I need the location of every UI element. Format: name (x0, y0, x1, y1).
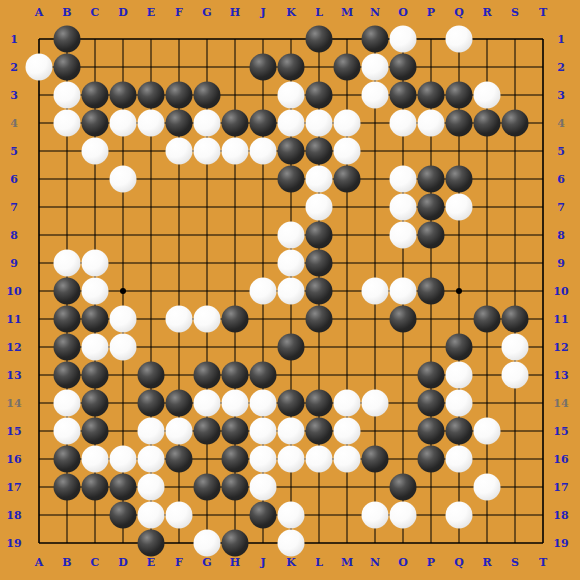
stone-white-E15 (138, 418, 165, 445)
stone-black-B2 (54, 54, 81, 81)
stone-white-E17 (138, 474, 165, 501)
stone-white-S13 (502, 362, 529, 389)
col-label-top-E: E (147, 6, 155, 19)
stone-white-G11 (194, 306, 221, 333)
stone-white-Q1 (446, 26, 473, 53)
row-label-left-9: 9 (10, 257, 18, 270)
stone-black-L1 (306, 26, 333, 53)
col-label-bottom-B: B (62, 556, 71, 569)
stone-black-K2 (278, 54, 305, 81)
stone-white-O10 (390, 278, 417, 305)
col-label-top-H: H (230, 6, 240, 19)
stone-black-K12 (278, 334, 305, 361)
stone-white-R17 (474, 474, 501, 501)
row-label-left-10: 10 (6, 285, 21, 298)
stone-white-K18 (278, 502, 305, 529)
stone-black-O2 (390, 54, 417, 81)
col-label-bottom-J: J (260, 556, 265, 569)
stone-black-L5 (306, 138, 333, 165)
col-label-bottom-Q: Q (454, 556, 464, 569)
stone-white-D11 (110, 306, 137, 333)
stone-black-C17 (82, 474, 109, 501)
stone-black-L10 (306, 278, 333, 305)
stone-black-R11 (474, 306, 501, 333)
col-label-top-B: B (62, 6, 71, 19)
stone-white-N18 (362, 502, 389, 529)
stone-black-E19 (138, 530, 165, 557)
stone-white-K3 (278, 82, 305, 109)
stone-white-E16 (138, 446, 165, 473)
col-label-top-M: M (341, 6, 353, 19)
stone-white-D12 (110, 334, 137, 361)
stone-white-C9 (82, 250, 109, 277)
col-label-bottom-S: S (511, 556, 519, 569)
stone-black-H16 (222, 446, 249, 473)
col-label-bottom-L: L (315, 556, 323, 569)
stone-white-F15 (166, 418, 193, 445)
stone-white-K16 (278, 446, 305, 473)
stone-black-D18 (110, 502, 137, 529)
go-board[interactable]: AABBCCDDEEFFGGHHJJKKLLMMNNOOPPQQRRSSTT11… (0, 0, 580, 580)
stone-white-M15 (334, 418, 361, 445)
star-point-Q10 (456, 288, 462, 294)
stone-black-K14 (278, 390, 305, 417)
stone-white-M14 (334, 390, 361, 417)
stone-black-K6 (278, 166, 305, 193)
stone-white-N14 (362, 390, 389, 417)
stone-black-G17 (194, 474, 221, 501)
stone-white-K9 (278, 250, 305, 277)
row-label-left-13: 13 (6, 369, 21, 382)
stone-white-E4 (138, 110, 165, 137)
stone-black-P14 (418, 390, 445, 417)
stone-black-H19 (222, 530, 249, 557)
stone-white-O6 (390, 166, 417, 193)
stone-white-O1 (390, 26, 417, 53)
stone-black-L11 (306, 306, 333, 333)
stone-white-Q14 (446, 390, 473, 417)
stone-black-C13 (82, 362, 109, 389)
row-label-left-4: 4 (10, 117, 18, 130)
col-label-top-O: O (398, 6, 408, 19)
row-label-left-12: 12 (6, 341, 21, 354)
col-label-bottom-D: D (118, 556, 128, 569)
stone-white-B4 (54, 110, 81, 137)
row-label-left-1: 1 (10, 33, 18, 46)
stone-black-Q3 (446, 82, 473, 109)
col-label-top-G: G (202, 6, 211, 19)
row-label-right-6: 6 (557, 173, 565, 186)
stone-white-H14 (222, 390, 249, 417)
stone-black-L9 (306, 250, 333, 277)
col-label-top-J: J (260, 6, 265, 19)
row-label-left-5: 5 (10, 145, 18, 158)
stone-black-P3 (418, 82, 445, 109)
col-label-top-C: C (91, 6, 100, 19)
stone-black-M6 (334, 166, 361, 193)
stone-white-B9 (54, 250, 81, 277)
stone-white-J16 (250, 446, 277, 473)
row-label-left-19: 19 (6, 537, 21, 550)
row-label-left-11: 11 (6, 313, 21, 326)
row-label-left-15: 15 (6, 425, 21, 438)
stone-white-L4 (306, 110, 333, 137)
stone-white-L7 (306, 194, 333, 221)
stone-black-J13 (250, 362, 277, 389)
stone-white-P4 (418, 110, 445, 137)
stone-black-O11 (390, 306, 417, 333)
stone-black-B1 (54, 26, 81, 53)
stone-white-K10 (278, 278, 305, 305)
row-label-right-14: 14 (553, 397, 568, 410)
stone-white-K4 (278, 110, 305, 137)
stone-black-L14 (306, 390, 333, 417)
row-label-right-11: 11 (553, 313, 568, 326)
stone-black-C11 (82, 306, 109, 333)
stone-white-C5 (82, 138, 109, 165)
stone-white-L6 (306, 166, 333, 193)
stone-white-C16 (82, 446, 109, 473)
row-label-left-3: 3 (10, 89, 18, 102)
stone-black-E14 (138, 390, 165, 417)
row-label-left-14: 14 (6, 397, 21, 410)
stone-white-S12 (502, 334, 529, 361)
stone-white-D6 (110, 166, 137, 193)
row-label-right-3: 3 (557, 89, 565, 102)
stone-black-H15 (222, 418, 249, 445)
stone-black-C4 (82, 110, 109, 137)
stone-black-K5 (278, 138, 305, 165)
col-label-top-P: P (427, 6, 435, 19)
col-label-top-R: R (482, 6, 491, 19)
stone-white-G5 (194, 138, 221, 165)
stone-black-P6 (418, 166, 445, 193)
row-label-left-17: 17 (6, 481, 21, 494)
stone-black-C15 (82, 418, 109, 445)
row-label-left-2: 2 (10, 61, 18, 74)
col-label-bottom-K: K (286, 556, 296, 569)
row-label-right-10: 10 (553, 285, 568, 298)
row-label-right-16: 16 (553, 453, 568, 466)
stone-black-P15 (418, 418, 445, 445)
row-label-right-15: 15 (553, 425, 568, 438)
stone-white-B15 (54, 418, 81, 445)
stone-white-M16 (334, 446, 361, 473)
stone-black-B17 (54, 474, 81, 501)
row-label-left-18: 18 (6, 509, 21, 522)
stone-black-B11 (54, 306, 81, 333)
stone-black-P10 (418, 278, 445, 305)
stone-black-P13 (418, 362, 445, 389)
row-label-right-12: 12 (553, 341, 568, 354)
stone-white-J5 (250, 138, 277, 165)
row-label-right-5: 5 (557, 145, 565, 158)
stone-black-C14 (82, 390, 109, 417)
col-label-bottom-R: R (482, 556, 491, 569)
col-label-top-Q: Q (454, 6, 464, 19)
stone-black-O3 (390, 82, 417, 109)
col-label-bottom-O: O (398, 556, 408, 569)
stone-black-G3 (194, 82, 221, 109)
row-label-right-18: 18 (553, 509, 568, 522)
row-label-right-2: 2 (557, 61, 565, 74)
stone-white-M4 (334, 110, 361, 137)
col-label-top-F: F (175, 6, 183, 19)
stone-black-L8 (306, 222, 333, 249)
stone-white-Q13 (446, 362, 473, 389)
stone-black-P8 (418, 222, 445, 249)
stone-white-N3 (362, 82, 389, 109)
stone-black-B13 (54, 362, 81, 389)
stone-white-R3 (474, 82, 501, 109)
stone-white-R15 (474, 418, 501, 445)
stone-white-B14 (54, 390, 81, 417)
stone-black-C3 (82, 82, 109, 109)
stone-white-F11 (166, 306, 193, 333)
stone-black-J4 (250, 110, 277, 137)
stone-white-Q7 (446, 194, 473, 221)
stone-white-O4 (390, 110, 417, 137)
stone-black-B10 (54, 278, 81, 305)
col-label-bottom-M: M (341, 556, 353, 569)
stone-black-F16 (166, 446, 193, 473)
stone-black-B12 (54, 334, 81, 361)
stone-black-M2 (334, 54, 361, 81)
stone-white-Q16 (446, 446, 473, 473)
stone-white-J17 (250, 474, 277, 501)
col-label-top-N: N (370, 6, 380, 19)
stone-black-J2 (250, 54, 277, 81)
stone-white-M5 (334, 138, 361, 165)
row-label-right-9: 9 (557, 257, 565, 270)
stone-black-Q12 (446, 334, 473, 361)
stone-black-P7 (418, 194, 445, 221)
stone-black-L15 (306, 418, 333, 445)
stone-black-H11 (222, 306, 249, 333)
stone-black-E13 (138, 362, 165, 389)
row-label-right-7: 7 (557, 201, 565, 214)
stone-white-K19 (278, 530, 305, 557)
stone-black-P16 (418, 446, 445, 473)
stone-black-F4 (166, 110, 193, 137)
row-label-right-4: 4 (557, 117, 565, 130)
stone-black-D17 (110, 474, 137, 501)
stone-white-O18 (390, 502, 417, 529)
col-label-bottom-G: G (202, 556, 211, 569)
row-label-left-6: 6 (10, 173, 18, 186)
row-label-left-8: 8 (10, 229, 18, 242)
stone-white-G19 (194, 530, 221, 557)
stone-white-N2 (362, 54, 389, 81)
stone-white-L16 (306, 446, 333, 473)
stone-white-J14 (250, 390, 277, 417)
stone-white-C12 (82, 334, 109, 361)
stone-white-K8 (278, 222, 305, 249)
stone-black-H4 (222, 110, 249, 137)
stone-black-F14 (166, 390, 193, 417)
stone-white-K15 (278, 418, 305, 445)
stone-white-H5 (222, 138, 249, 165)
col-label-bottom-C: C (91, 556, 100, 569)
col-label-top-T: T (539, 6, 547, 19)
stone-black-S11 (502, 306, 529, 333)
stone-white-J10 (250, 278, 277, 305)
stone-black-J18 (250, 502, 277, 529)
stone-white-G4 (194, 110, 221, 137)
row-label-right-19: 19 (553, 537, 568, 550)
stone-black-Q6 (446, 166, 473, 193)
col-label-bottom-H: H (230, 556, 240, 569)
stone-white-J15 (250, 418, 277, 445)
col-label-bottom-F: F (175, 556, 183, 569)
col-label-top-L: L (315, 6, 323, 19)
star-point-D10 (120, 288, 126, 294)
stone-white-N10 (362, 278, 389, 305)
stone-white-A2 (26, 54, 53, 81)
stone-black-N16 (362, 446, 389, 473)
stone-black-Q15 (446, 418, 473, 445)
stone-white-C10 (82, 278, 109, 305)
stone-black-H17 (222, 474, 249, 501)
stone-white-D16 (110, 446, 137, 473)
stone-black-N1 (362, 26, 389, 53)
col-label-bottom-T: T (539, 556, 547, 569)
col-label-top-K: K (286, 6, 296, 19)
stone-white-F5 (166, 138, 193, 165)
stone-black-O17 (390, 474, 417, 501)
stone-white-G14 (194, 390, 221, 417)
stone-black-B16 (54, 446, 81, 473)
stone-white-Q18 (446, 502, 473, 529)
row-label-left-16: 16 (6, 453, 21, 466)
stone-black-F3 (166, 82, 193, 109)
row-label-right-1: 1 (557, 33, 565, 46)
stone-black-G13 (194, 362, 221, 389)
stone-black-H13 (222, 362, 249, 389)
stone-black-Q4 (446, 110, 473, 137)
stone-white-F18 (166, 502, 193, 529)
row-label-left-7: 7 (10, 201, 18, 214)
row-label-right-13: 13 (553, 369, 568, 382)
row-label-right-8: 8 (557, 229, 565, 242)
stone-black-E3 (138, 82, 165, 109)
col-label-top-A: A (35, 6, 44, 19)
col-label-bottom-E: E (147, 556, 155, 569)
col-label-bottom-A: A (35, 556, 44, 569)
col-label-bottom-P: P (427, 556, 435, 569)
stone-black-R4 (474, 110, 501, 137)
stone-black-L3 (306, 82, 333, 109)
col-label-top-D: D (118, 6, 128, 19)
stone-white-O7 (390, 194, 417, 221)
col-label-bottom-N: N (370, 556, 380, 569)
col-label-top-S: S (511, 6, 519, 19)
stone-black-G15 (194, 418, 221, 445)
stone-white-E18 (138, 502, 165, 529)
stone-white-O8 (390, 222, 417, 249)
row-label-right-17: 17 (553, 481, 568, 494)
stone-black-S4 (502, 110, 529, 137)
stone-white-D4 (110, 110, 137, 137)
stone-black-D3 (110, 82, 137, 109)
stone-white-B3 (54, 82, 81, 109)
